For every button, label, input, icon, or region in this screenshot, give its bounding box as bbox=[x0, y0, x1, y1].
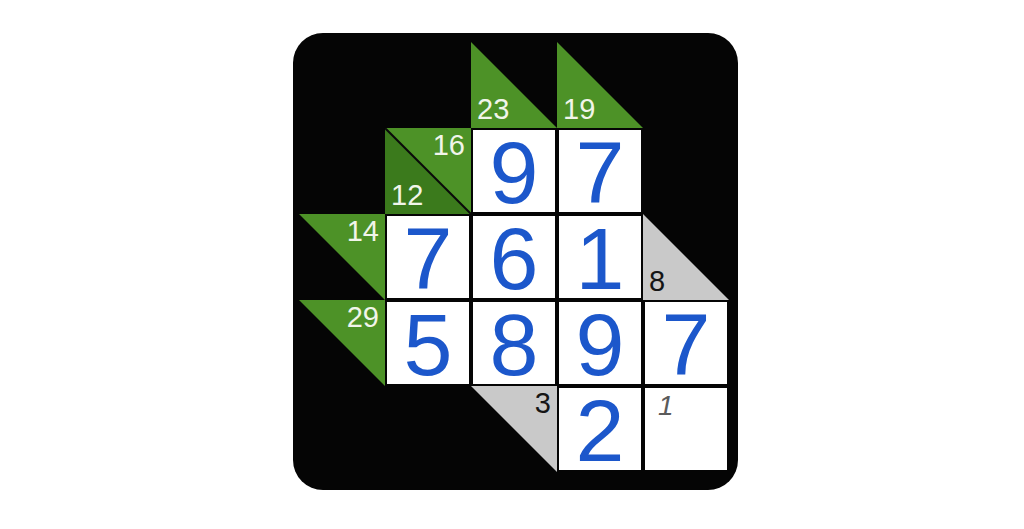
cell-value: 7 bbox=[662, 302, 711, 388]
cell-r1c3-down-clue: 23 bbox=[471, 42, 557, 128]
down-clue-label: 8 bbox=[649, 267, 665, 296]
cell-r2c2-split-clue: 1612 bbox=[385, 128, 471, 214]
cell-r3c4-value[interactable]: 1 bbox=[557, 214, 643, 300]
across-clue-label: 16 bbox=[433, 131, 465, 160]
cell-value: 2 bbox=[576, 388, 625, 474]
cell-r5c5-empty[interactable]: 1 bbox=[643, 386, 729, 472]
cell-value: 1 bbox=[576, 216, 625, 302]
down-clue-label: 19 bbox=[563, 95, 595, 124]
cell-r4c5-value[interactable]: 7 bbox=[643, 300, 729, 386]
across-clue-label: 29 bbox=[347, 303, 379, 332]
cell-r2c3-value[interactable]: 9 bbox=[471, 128, 557, 214]
cell-value: 8 bbox=[490, 302, 539, 388]
cell-r5c2-black bbox=[385, 386, 471, 472]
cell-r2c5-black bbox=[643, 128, 729, 214]
cell-value: 9 bbox=[490, 130, 539, 216]
cell-value: 5 bbox=[404, 302, 453, 388]
cell-r1c1-black bbox=[299, 42, 385, 128]
down-clue-label: 23 bbox=[477, 95, 509, 124]
kakuro-grid: 2319161297147618295897321 bbox=[299, 42, 729, 472]
across-clue-label: 3 bbox=[535, 389, 551, 418]
across-clue-label: 14 bbox=[347, 217, 379, 246]
cell-r1c4-down-clue: 19 bbox=[557, 42, 643, 128]
pencil-mark: 1 bbox=[658, 390, 674, 422]
down-clue-label: 12 bbox=[391, 181, 423, 210]
cell-value: 7 bbox=[576, 130, 625, 216]
cell-value: 7 bbox=[404, 216, 453, 302]
cell-r1c2-black bbox=[385, 42, 471, 128]
cell-r3c2-value[interactable]: 7 bbox=[385, 214, 471, 300]
cell-r3c3-value[interactable]: 6 bbox=[471, 214, 557, 300]
cell-r5c3-across-clue: 3 bbox=[471, 386, 557, 472]
cell-r2c1-black bbox=[299, 128, 385, 214]
cell-value: 6 bbox=[490, 216, 539, 302]
cell-r3c5-down-clue: 8 bbox=[643, 214, 729, 300]
cell-r4c2-value[interactable]: 5 bbox=[385, 300, 471, 386]
cell-value: 9 bbox=[576, 302, 625, 388]
cell-r5c1-black bbox=[299, 386, 385, 472]
cell-r2c4-value[interactable]: 7 bbox=[557, 128, 643, 214]
cell-r4c1-across-clue: 29 bbox=[299, 300, 385, 386]
kakuro-board: 2319161297147618295897321 bbox=[293, 33, 738, 490]
cell-r1c5-black bbox=[643, 42, 729, 128]
cell-r4c4-value[interactable]: 9 bbox=[557, 300, 643, 386]
cell-r4c3-value[interactable]: 8 bbox=[471, 300, 557, 386]
cell-r3c1-across-clue: 14 bbox=[299, 214, 385, 300]
cell-r5c4-value[interactable]: 2 bbox=[557, 386, 643, 472]
